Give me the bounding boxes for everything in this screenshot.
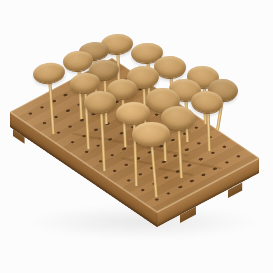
peg-hole-dot [112, 169, 118, 172]
peg-hole-dot [39, 106, 45, 109]
peg-hole-dot [184, 148, 190, 151]
peg-hole-dot [194, 126, 200, 129]
peg-hole-dot [196, 142, 202, 145]
peg-hole-dot [177, 186, 183, 189]
peg-hole-dot [93, 128, 99, 131]
peg-hole-dot [187, 164, 193, 167]
peg-hole-dot [201, 173, 207, 176]
peg-hole-dot [79, 119, 85, 122]
peg-hole-dot [140, 188, 146, 191]
peg-hole-dot [126, 179, 132, 182]
peg-hole-dot [56, 131, 62, 134]
peg-hole-dot [28, 112, 34, 115]
peg-hole-dot [170, 138, 176, 141]
peg-hole-dot [154, 198, 160, 201]
cake-pop-disc [31, 61, 65, 85]
peg-hole-dot [53, 115, 59, 118]
peg-hole-dot [65, 109, 71, 112]
peg-hole-dot [236, 155, 242, 158]
peg-hole-dot [70, 141, 76, 144]
peg-hole-dot [96, 144, 102, 147]
peg-hole-dot [224, 161, 230, 164]
peg-hole-dot [68, 125, 74, 128]
peg-hole-dot [210, 151, 216, 154]
peg-hole-dot [163, 176, 169, 179]
peg-hole-dot [110, 154, 116, 157]
peg-hole-dot [84, 150, 90, 153]
peg-hole-dot [138, 173, 144, 176]
peg-hole-dot [63, 93, 69, 96]
peg-hole-dot [42, 121, 48, 124]
peg-hole-dot [222, 145, 228, 148]
peg-hole-dot [124, 163, 130, 166]
peg-hole-dot [166, 192, 172, 195]
peg-hole-dot [121, 147, 127, 150]
peg-hole-dot [198, 158, 204, 161]
product-photo [0, 0, 273, 273]
peg-hole-dot [154, 113, 160, 116]
peg-hole-dot [189, 179, 195, 182]
